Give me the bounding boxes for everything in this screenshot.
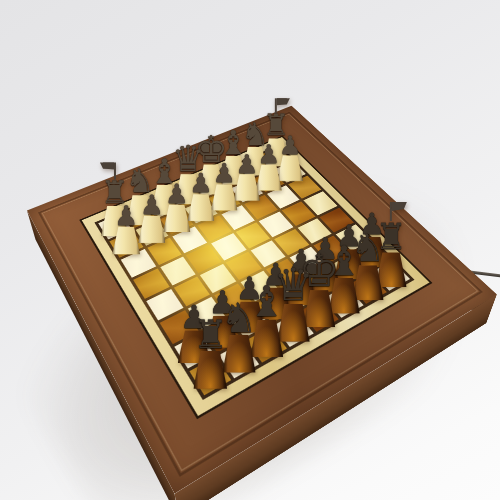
rook-glyph: ♜: [193, 316, 228, 353]
rook-flag-icon: [390, 202, 392, 221]
piece-white-pawn[interactable]: ♟: [187, 171, 214, 221]
rook-flag-icon: [275, 98, 277, 113]
scene: [0, 0, 500, 500]
pawn-glyph: ♟: [114, 203, 138, 229]
pawn-glyph: ♟: [165, 181, 189, 206]
chess-set-photo: ♜♞♝♛♚♝♞♜♟♟♟♟♟♟♟♟♟♟♟♟♟♟♟♟♜♞♝♛♚♝♞♜: [0, 0, 500, 500]
piece-white-pawn[interactable]: ♟: [112, 203, 140, 255]
pawn-glyph: ♟: [279, 133, 302, 157]
flag-pennant: [277, 98, 290, 105]
pawn-glyph: ♟: [235, 152, 258, 177]
rook-flag-icon: [114, 163, 116, 179]
flag-pennant: [392, 202, 407, 211]
flag-pennant: [100, 163, 114, 170]
square-r3c1[interactable]: [160, 256, 196, 285]
piece-white-pawn[interactable]: ♟: [138, 192, 166, 243]
pawn-glyph: ♟: [257, 142, 280, 166]
piece-white-pawn[interactable]: ♟: [211, 161, 238, 211]
pawn-glyph: ♟: [189, 171, 213, 196]
pawn-glyph: ♟: [212, 161, 235, 186]
glass-obelisk-body: [187, 194, 214, 221]
piece-white-pawn[interactable]: ♟: [163, 181, 190, 232]
square-r3c0[interactable]: [133, 269, 169, 299]
pawn-glyph: ♟: [140, 192, 164, 218]
piece-black-rook[interactable]: ♜: [193, 316, 228, 389]
